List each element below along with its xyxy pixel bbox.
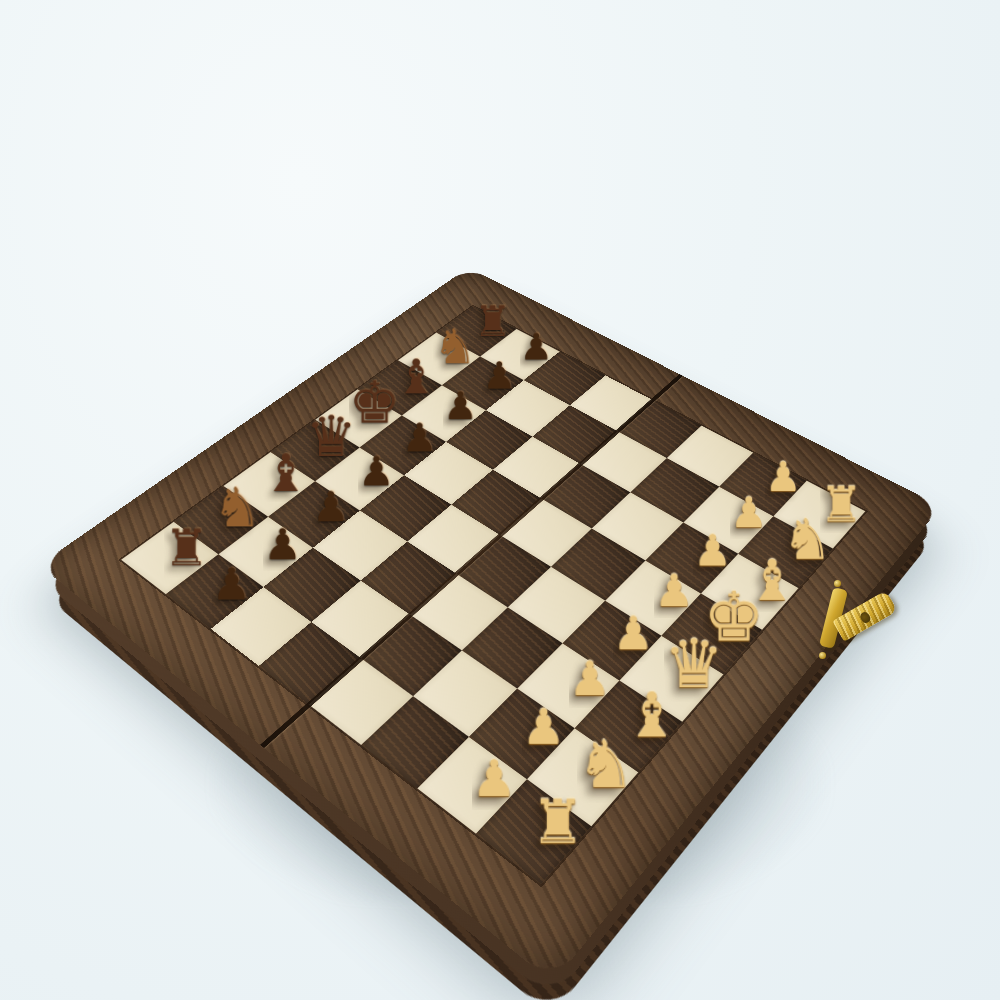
white-pawn-piece[interactable]: ♟ — [730, 492, 768, 534]
clasp-screw-icon — [834, 580, 841, 587]
black-pawn-piece[interactable]: ♟ — [402, 419, 437, 458]
white-pawn-piece[interactable]: ♟ — [522, 703, 566, 752]
black-rook-piece[interactable]: ♜ — [164, 523, 209, 573]
black-pawn-piece[interactable]: ♟ — [264, 524, 302, 567]
white-pawn-piece[interactable]: ♟ — [654, 569, 694, 613]
black-pawn-piece[interactable]: ♟ — [359, 452, 395, 493]
black-pawn-piece[interactable]: ♟ — [212, 563, 252, 607]
clasp-keyhole — [859, 611, 872, 625]
black-pawn-piece[interactable]: ♟ — [444, 387, 478, 425]
black-queen-piece[interactable]: ♛ — [306, 408, 357, 465]
white-knight-piece[interactable]: ♞ — [577, 732, 636, 798]
white-pawn-piece[interactable]: ♟ — [569, 656, 611, 703]
scene: ♜♞♝♛♚♝♞♜♟♟♟♟♟♟♟♟♟♟♟♟♟♟♟♟♜♞♝♛♚♝♞♜ — [0, 0, 1000, 1000]
brass-clasp — [818, 578, 913, 670]
clasp-screw-icon — [819, 652, 826, 659]
black-knight-piece[interactable]: ♞ — [213, 480, 262, 535]
white-pawn-piece[interactable]: ♟ — [613, 611, 654, 657]
white-pawn-piece[interactable]: ♟ — [765, 457, 802, 498]
white-pawn-piece[interactable]: ♟ — [693, 529, 732, 572]
black-rook-piece[interactable]: ♜ — [474, 301, 511, 343]
black-bishop-piece[interactable]: ♝ — [395, 353, 438, 400]
board-grid: ♜♞♝♛♚♝♞♜♟♟♟♟♟♟♟♟♟♟♟♟♟♟♟♟♜♞♝♛♚♝♞♜ — [118, 305, 868, 888]
black-knight-piece[interactable]: ♞ — [434, 323, 477, 371]
board-frame: ♜♞♝♛♚♝♞♜♟♟♟♟♟♟♟♟♟♟♟♟♟♟♟♟♜♞♝♛♚♝♞♜ — [39, 267, 941, 982]
square-a8[interactable]: ♜ — [121, 522, 218, 594]
black-bishop-piece[interactable]: ♝ — [263, 447, 309, 498]
folding-chess-box: ♜♞♝♛♚♝♞♜♟♟♟♟♟♟♟♟♟♟♟♟♟♟♟♟♜♞♝♛♚♝♞♜ — [39, 267, 941, 982]
white-rook-piece[interactable]: ♜ — [531, 792, 585, 853]
black-pawn-piece[interactable]: ♟ — [520, 329, 553, 366]
black-pawn-piece[interactable]: ♟ — [312, 487, 349, 529]
black-pawn-piece[interactable]: ♟ — [483, 357, 517, 394]
white-pawn-piece[interactable]: ♟ — [472, 754, 517, 804]
